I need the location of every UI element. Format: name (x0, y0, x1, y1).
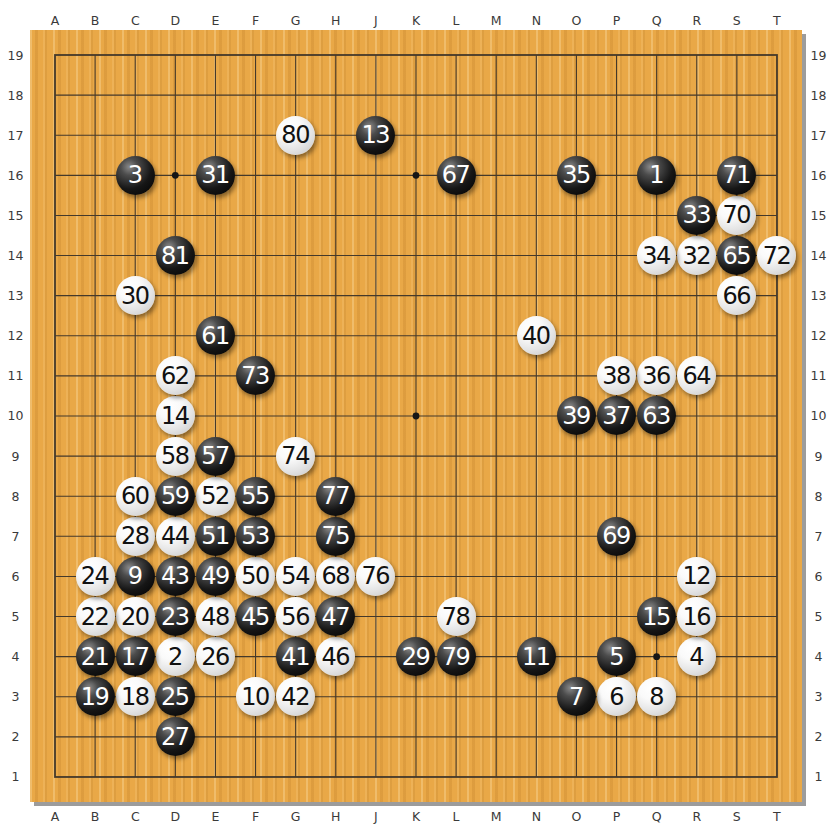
stone-black-71-S16: 71 (717, 156, 756, 195)
stone-black-55-F8: 55 (236, 477, 275, 516)
move-number: 59 (161, 484, 189, 508)
move-number: 6 (609, 685, 623, 709)
stone-white-10-F3: 10 (236, 677, 275, 716)
move-number: 8 (649, 685, 663, 709)
stone-white-38-P11: 38 (597, 356, 636, 395)
move-number: 39 (562, 404, 590, 428)
move-number: 32 (682, 244, 710, 268)
stone-white-20-C5: 20 (116, 597, 155, 636)
move-number: 79 (442, 645, 470, 669)
coord-label-top-S: S (717, 9, 757, 31)
stone-black-73-F11: 73 (236, 356, 275, 395)
stone-black-81-D14: 81 (156, 236, 195, 275)
coord-label-top-Q: Q (637, 9, 677, 31)
coord-label-bottom-T: T (757, 805, 797, 827)
stone-white-68-H6: 68 (316, 557, 355, 596)
stone-black-41-G4: 41 (276, 637, 315, 676)
move-number: 40 (522, 324, 550, 348)
coord-label-left-11: 11 (3, 356, 28, 396)
coord-label-left-9: 9 (3, 436, 28, 476)
coord-label-left-2: 2 (3, 717, 28, 757)
stone-white-56-G5: 56 (276, 597, 315, 636)
coord-label-left-17: 17 (3, 115, 28, 155)
move-number: 77 (321, 484, 349, 508)
stone-white-52-E8: 52 (196, 477, 235, 516)
stone-black-63-Q10: 63 (637, 396, 676, 435)
coord-label-left-19: 19 (3, 35, 28, 75)
stone-black-1-Q16: 1 (637, 156, 676, 195)
coord-label-right-7: 7 (806, 516, 831, 556)
coord-label-right-3: 3 (806, 677, 831, 717)
stone-white-28-C7: 28 (116, 517, 155, 556)
coord-label-left-4: 4 (3, 637, 28, 677)
move-number: 62 (161, 364, 189, 388)
coord-label-bottom-M: M (476, 805, 516, 827)
coord-label-top-H: H (316, 9, 356, 31)
stone-black-27-D2: 27 (156, 717, 195, 756)
coord-label-bottom-H: H (316, 805, 356, 827)
coord-label-bottom-O: O (556, 805, 596, 827)
move-number: 78 (442, 605, 470, 629)
move-number: 80 (281, 123, 309, 147)
stone-white-4-R4: 4 (677, 637, 716, 676)
stone-white-48-E5: 48 (196, 597, 235, 636)
stone-black-57-E9: 57 (196, 437, 235, 476)
move-number: 58 (161, 444, 189, 468)
stone-black-65-S14: 65 (717, 236, 756, 275)
coord-label-top-D: D (155, 9, 195, 31)
coord-label-right-6: 6 (806, 556, 831, 596)
move-number: 9 (128, 564, 142, 588)
coord-label-left-16: 16 (3, 155, 28, 195)
coord-label-top-O: O (556, 9, 596, 31)
move-number: 74 (281, 444, 309, 468)
coord-label-top-L: L (436, 9, 476, 31)
stone-white-54-G6: 54 (276, 557, 315, 596)
coord-label-right-15: 15 (806, 195, 831, 235)
stone-white-46-H4: 46 (316, 637, 355, 676)
move-number: 35 (562, 163, 590, 187)
move-number: 71 (723, 163, 751, 187)
move-number: 52 (201, 484, 229, 508)
stone-black-7-O3: 7 (557, 677, 596, 716)
stone-black-25-D3: 25 (156, 677, 195, 716)
move-number: 70 (723, 203, 751, 227)
stone-white-64-R11: 64 (677, 356, 716, 395)
coord-label-left-5: 5 (3, 596, 28, 636)
column-labels-top: ABCDEFGHJKLMNOPQRST (35, 9, 797, 31)
move-number: 60 (121, 484, 149, 508)
stone-white-76-J6: 76 (356, 557, 395, 596)
coord-label-right-11: 11 (806, 356, 831, 396)
move-number: 10 (241, 685, 269, 709)
move-number: 42 (281, 685, 309, 709)
coord-label-top-T: T (757, 9, 797, 31)
stone-black-39-O10: 39 (557, 396, 596, 435)
coord-label-left-15: 15 (3, 195, 28, 235)
move-number: 17 (121, 645, 149, 669)
stone-white-72-T14: 72 (757, 236, 796, 275)
coord-label-top-B: B (75, 9, 115, 31)
stone-white-66-S13: 66 (717, 276, 756, 315)
stone-black-61-E12: 61 (196, 316, 235, 355)
stone-white-12-R6: 12 (677, 557, 716, 596)
coord-label-top-N: N (516, 9, 556, 31)
move-number: 49 (201, 564, 229, 588)
move-number: 68 (321, 564, 349, 588)
coord-label-left-18: 18 (3, 75, 28, 115)
coord-label-top-E: E (195, 9, 235, 31)
move-number: 14 (161, 404, 189, 428)
stone-black-35-O16: 35 (557, 156, 596, 195)
stone-black-77-H8: 77 (316, 477, 355, 516)
coord-label-bottom-K: K (396, 805, 436, 827)
move-number: 73 (241, 364, 269, 388)
move-number: 75 (321, 524, 349, 548)
stone-black-17-C4: 17 (116, 637, 155, 676)
stone-black-15-Q5: 15 (637, 597, 676, 636)
move-number: 57 (201, 444, 229, 468)
move-number: 43 (161, 564, 189, 588)
stone-white-74-G9: 74 (276, 437, 315, 476)
coord-label-left-14: 14 (3, 236, 28, 276)
stone-black-21-B4: 21 (76, 637, 115, 676)
move-number: 55 (241, 484, 269, 508)
coord-label-left-10: 10 (3, 396, 28, 436)
coord-label-bottom-S: S (717, 805, 757, 827)
move-number: 31 (201, 163, 229, 187)
stone-black-45-F5: 45 (236, 597, 275, 636)
stone-black-9-C6: 9 (116, 557, 155, 596)
move-number: 16 (682, 605, 710, 629)
coord-label-bottom-L: L (436, 805, 476, 827)
stone-white-80-G17: 80 (276, 116, 315, 155)
move-number: 44 (161, 524, 189, 548)
move-number: 34 (642, 244, 670, 268)
stone-white-60-C8: 60 (116, 477, 155, 516)
stone-white-78-L5: 78 (437, 597, 476, 636)
stone-white-8-Q3: 8 (637, 677, 676, 716)
move-number: 11 (522, 645, 550, 669)
move-number: 64 (682, 364, 710, 388)
coord-label-right-14: 14 (806, 236, 831, 276)
move-number: 29 (402, 645, 430, 669)
move-number: 18 (121, 685, 149, 709)
move-number: 69 (602, 524, 630, 548)
stone-white-36-Q11: 36 (637, 356, 676, 395)
move-number: 81 (161, 244, 189, 268)
coord-label-left-3: 3 (3, 677, 28, 717)
stone-white-70-S15: 70 (717, 196, 756, 235)
stone-black-13-J17: 13 (356, 116, 395, 155)
stone-white-30-C13: 30 (116, 276, 155, 315)
move-number: 56 (281, 605, 309, 629)
move-number: 1 (649, 163, 663, 187)
move-number: 13 (362, 123, 390, 147)
stone-white-32-R14: 32 (677, 236, 716, 275)
move-number: 45 (241, 605, 269, 629)
stone-white-50-F6: 50 (236, 557, 275, 596)
coord-label-right-9: 9 (806, 436, 831, 476)
coord-label-left-6: 6 (3, 556, 28, 596)
coord-label-right-1: 1 (806, 757, 831, 797)
move-number: 3 (128, 163, 142, 187)
coord-label-top-J: J (356, 9, 396, 31)
move-number: 27 (161, 725, 189, 749)
move-number: 28 (121, 524, 149, 548)
coord-label-left-7: 7 (3, 516, 28, 556)
coord-label-top-A: A (35, 9, 75, 31)
coord-label-bottom-C: C (115, 805, 155, 827)
coord-label-right-10: 10 (806, 396, 831, 436)
move-number: 15 (642, 605, 670, 629)
stone-black-37-P10: 37 (597, 396, 636, 435)
move-number: 50 (241, 564, 269, 588)
move-number: 12 (682, 564, 710, 588)
coord-label-bottom-D: D (155, 805, 195, 827)
coord-label-top-R: R (677, 9, 717, 31)
stone-black-47-H5: 47 (316, 597, 355, 636)
move-number: 22 (81, 605, 109, 629)
stone-black-59-D8: 59 (156, 477, 195, 516)
move-number: 7 (569, 685, 583, 709)
move-number: 21 (81, 645, 109, 669)
move-number: 37 (602, 404, 630, 428)
stone-black-19-B3: 19 (76, 677, 115, 716)
stone-black-29-K4: 29 (396, 637, 435, 676)
move-number: 4 (689, 645, 703, 669)
coord-label-top-G: G (276, 9, 316, 31)
coord-label-bottom-E: E (195, 805, 235, 827)
move-number: 61 (201, 324, 229, 348)
coord-label-bottom-J: J (356, 805, 396, 827)
coord-label-left-1: 1 (3, 757, 28, 797)
move-number: 26 (201, 645, 229, 669)
coord-label-left-8: 8 (3, 476, 28, 516)
stone-black-43-D6: 43 (156, 557, 195, 596)
stone-black-79-L4: 79 (437, 637, 476, 676)
coord-label-bottom-P: P (596, 805, 636, 827)
move-number: 41 (281, 645, 309, 669)
coord-label-left-13: 13 (3, 276, 28, 316)
move-number: 23 (161, 605, 189, 629)
row-labels-left: 19181716151413121110987654321 (3, 35, 28, 797)
column-labels-bottom: ABCDEFGHJKLMNOPQRST (35, 805, 797, 827)
stone-white-26-E4: 26 (196, 637, 235, 676)
stone-black-3-C16: 3 (116, 156, 155, 195)
stone-black-67-L16: 67 (437, 156, 476, 195)
move-number: 54 (281, 564, 309, 588)
stone-white-42-G3: 42 (276, 677, 315, 716)
stone-black-11-N4: 11 (517, 637, 556, 676)
stone-black-49-E6: 49 (196, 557, 235, 596)
stone-white-2-D4: 2 (156, 637, 195, 676)
coord-label-top-K: K (396, 9, 436, 31)
move-number: 33 (682, 203, 710, 227)
stone-black-69-P7: 69 (597, 517, 636, 556)
coord-label-top-M: M (476, 9, 516, 31)
move-number: 76 (362, 564, 390, 588)
coord-label-bottom-A: A (35, 805, 75, 827)
stone-white-24-B6: 24 (76, 557, 115, 596)
stone-white-22-B5: 22 (76, 597, 115, 636)
coord-label-bottom-F: F (236, 805, 276, 827)
stones-layer: 1234567891011121314151617181920212223242… (35, 35, 797, 797)
stone-white-58-D9: 58 (156, 437, 195, 476)
coord-label-right-2: 2 (806, 717, 831, 757)
stone-white-44-D7: 44 (156, 517, 195, 556)
stone-white-62-D11: 62 (156, 356, 195, 395)
move-number: 24 (81, 564, 109, 588)
go-board: 1234567891011121314151617181920212223242… (30, 30, 802, 802)
move-number: 38 (602, 364, 630, 388)
coord-label-bottom-N: N (516, 805, 556, 827)
stone-white-34-Q14: 34 (637, 236, 676, 275)
move-number: 48 (201, 605, 229, 629)
move-number: 46 (321, 645, 349, 669)
go-diagram: ABCDEFGHJKLMNOPQRST ABCDEFGHJKLMNOPQRST … (0, 0, 835, 835)
stone-white-18-C3: 18 (116, 677, 155, 716)
stone-white-14-D10: 14 (156, 396, 195, 435)
coord-label-left-12: 12 (3, 316, 28, 356)
move-number: 51 (201, 524, 229, 548)
coord-label-bottom-B: B (75, 805, 115, 827)
move-number: 63 (642, 404, 670, 428)
coord-label-top-F: F (236, 9, 276, 31)
move-number: 53 (241, 524, 269, 548)
move-number: 19 (81, 685, 109, 709)
stone-black-53-F7: 53 (236, 517, 275, 556)
stone-black-31-E16: 31 (196, 156, 235, 195)
move-number: 72 (763, 244, 791, 268)
row-labels-right: 19181716151413121110987654321 (806, 35, 831, 797)
move-number: 47 (321, 605, 349, 629)
stone-white-16-R5: 16 (677, 597, 716, 636)
move-number: 5 (609, 645, 623, 669)
coord-label-bottom-Q: Q (637, 805, 677, 827)
coord-label-right-19: 19 (806, 35, 831, 75)
move-number: 2 (168, 645, 182, 669)
move-number: 30 (121, 284, 149, 308)
coord-label-right-4: 4 (806, 637, 831, 677)
coord-label-right-17: 17 (806, 115, 831, 155)
stone-white-6-P3: 6 (597, 677, 636, 716)
stone-black-23-D5: 23 (156, 597, 195, 636)
coord-label-top-C: C (115, 9, 155, 31)
move-number: 67 (442, 163, 470, 187)
stone-black-51-E7: 51 (196, 517, 235, 556)
coord-label-right-18: 18 (806, 75, 831, 115)
coord-label-top-P: P (596, 9, 636, 31)
coord-label-right-16: 16 (806, 155, 831, 195)
stone-white-40-N12: 40 (517, 316, 556, 355)
stone-black-33-R15: 33 (677, 196, 716, 235)
coord-label-right-13: 13 (806, 276, 831, 316)
move-number: 25 (161, 685, 189, 709)
coord-label-bottom-R: R (677, 805, 717, 827)
stone-black-75-H7: 75 (316, 517, 355, 556)
move-number: 66 (723, 284, 751, 308)
coord-label-right-5: 5 (806, 596, 831, 636)
stone-black-5-P4: 5 (597, 637, 636, 676)
coord-label-right-12: 12 (806, 316, 831, 356)
move-number: 65 (723, 244, 751, 268)
move-number: 36 (642, 364, 670, 388)
move-number: 20 (121, 605, 149, 629)
coord-label-right-8: 8 (806, 476, 831, 516)
coord-label-bottom-G: G (276, 805, 316, 827)
